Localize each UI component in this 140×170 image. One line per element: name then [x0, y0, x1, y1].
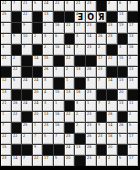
cell-number: 13	[119, 101, 123, 104]
cell-number: 16	[129, 45, 133, 48]
cell-number: 5	[119, 156, 121, 159]
cell-number: 21	[2, 101, 6, 104]
grid-cell[interactable]: 22	[22, 12, 32, 22]
grid-cell[interactable]: 7	[33, 134, 43, 144]
cell-number: 22	[55, 1, 59, 4]
black-cell	[118, 145, 128, 155]
grid-cell[interactable]: 5	[43, 134, 53, 144]
cell-number: 2	[98, 45, 100, 48]
grid-cell[interactable]: 2	[43, 45, 53, 55]
grid-cell[interactable]: 23	[86, 45, 96, 55]
black-cell	[43, 145, 53, 155]
cell-number: 23	[44, 123, 48, 126]
cell-number: 24	[34, 78, 38, 81]
cell-number: 1	[87, 101, 89, 104]
grid-cell[interactable]: 22	[12, 112, 22, 122]
cell-number: 19	[119, 23, 123, 26]
black-cell	[107, 67, 117, 77]
grid-cell[interactable]: 7	[1, 123, 11, 133]
grid-cell[interactable]: 2	[128, 112, 138, 122]
cell-number: 22	[23, 12, 27, 15]
cell-number: 3	[44, 78, 46, 81]
cell-number: 2	[23, 134, 25, 137]
black-cell	[97, 1, 107, 11]
black-cell	[75, 134, 85, 144]
black-cell	[33, 23, 43, 33]
cell-number: 26	[87, 134, 91, 137]
given-letter: Ǝ	[75, 12, 85, 22]
grid-cell[interactable]: 8Я	[97, 12, 107, 22]
grid-cell[interactable]: 23	[97, 134, 107, 144]
grid-cell[interactable]: 3	[86, 78, 96, 88]
grid-cell[interactable]: 1	[86, 101, 96, 111]
cell-number: 16	[55, 45, 59, 48]
grid-cell[interactable]: 26	[118, 123, 128, 133]
grid-cell[interactable]: 13	[75, 145, 85, 155]
grid-cell[interactable]: 17	[97, 56, 107, 66]
grid-cell[interactable]: 15	[54, 90, 64, 100]
grid-cell[interactable]: 16	[54, 123, 64, 133]
grid-cell[interactable]: 15	[118, 56, 128, 66]
cell-number: 7	[76, 45, 78, 48]
cell-number: 2	[13, 56, 15, 59]
grid-cell[interactable]: 22	[33, 156, 43, 166]
cell-number: 9	[34, 145, 36, 148]
grid-cell[interactable]: 24	[43, 1, 53, 11]
grid-cell[interactable]: 2	[97, 45, 107, 55]
cell-number: 17	[129, 23, 133, 26]
cell-number: 23	[66, 134, 70, 137]
cell-number: 22	[34, 156, 38, 159]
cell-number: 23	[87, 45, 91, 48]
cell-number: 15	[44, 56, 48, 59]
grid-cell[interactable]: 5	[118, 134, 128, 144]
black-cell	[22, 112, 32, 122]
given-letter: Я	[97, 12, 107, 22]
cell-number: 3	[87, 78, 89, 81]
grid-cell[interactable]: 13	[1, 90, 11, 100]
cell-number: 26	[87, 145, 91, 148]
grid-cell[interactable]: 7	[128, 1, 138, 11]
grid-cell[interactable]: 13	[43, 12, 53, 22]
grid-cell[interactable]: 23	[1, 156, 11, 166]
grid-cell[interactable]: 23	[43, 123, 53, 133]
grid-cell[interactable]: 7	[54, 134, 64, 144]
cell-number: 3	[2, 45, 4, 48]
black-cell	[54, 12, 64, 22]
black-cell	[65, 12, 75, 22]
grid-cell[interactable]: 1	[1, 34, 11, 44]
cell-number: 14	[34, 56, 38, 59]
grid-cell[interactable]: 16	[107, 134, 117, 144]
grid-cell[interactable]: 23	[86, 23, 96, 33]
grid-cell[interactable]: 5	[54, 156, 64, 166]
cell-number: 23	[87, 156, 91, 159]
cell-number: 3	[44, 34, 46, 37]
black-cell	[128, 90, 138, 100]
cell-number: 5	[13, 78, 15, 81]
grid-cell[interactable]: 17	[128, 156, 138, 166]
grid-cell[interactable]: 23	[86, 123, 96, 133]
grid-cell[interactable]: 1	[54, 67, 64, 77]
cell-number: 2	[66, 67, 68, 70]
cell-number: 16	[55, 123, 59, 126]
grid-cell[interactable]: 20	[33, 112, 43, 122]
grid-cell[interactable]: 2	[107, 1, 117, 11]
grid-cell[interactable]: 13	[118, 78, 128, 88]
cell-number: 1	[55, 67, 57, 70]
grid-cell[interactable]: 2	[22, 134, 32, 144]
grid-cell[interactable]: 6	[54, 34, 64, 44]
cell-number: 13	[76, 67, 80, 70]
cell-number: 25	[2, 12, 6, 15]
cell-number: 9	[13, 34, 15, 37]
grid-cell[interactable]: 3	[75, 101, 85, 111]
cell-number: 23	[87, 90, 91, 93]
cell-number: 24	[23, 101, 27, 104]
cell-number: 13	[66, 90, 70, 93]
grid-cell[interactable]: 1	[65, 78, 75, 88]
black-cell	[128, 12, 138, 22]
grid-cell[interactable]: 5	[12, 78, 22, 88]
grid-cell[interactable]: 1	[1, 112, 11, 122]
cell-number: 7	[13, 1, 15, 4]
grid-cell[interactable]: 17	[128, 134, 138, 144]
cell-number: 3	[76, 101, 78, 104]
grid-cell[interactable]: 14	[33, 56, 43, 66]
cell-number: 20	[34, 112, 38, 115]
grid-cell[interactable]: 25	[1, 12, 11, 22]
black-cell	[12, 45, 22, 55]
cell-number: 13	[44, 12, 48, 15]
grid-cell[interactable]: 13	[118, 101, 128, 111]
cell-number: 24	[44, 1, 48, 4]
grid-cell[interactable]: 23	[86, 1, 96, 11]
grid-cell[interactable]: 21	[65, 23, 75, 33]
cell-number: 2	[44, 23, 46, 26]
grid-cell[interactable]: 2	[65, 67, 75, 77]
grid-cell[interactable]: 15	[43, 56, 53, 66]
black-cell	[1, 67, 11, 77]
cell-number: 5	[34, 1, 36, 4]
grid-cell[interactable]: 19	[118, 23, 128, 33]
cell-number: 22	[2, 1, 6, 4]
grid-cell[interactable]: 7	[12, 1, 22, 11]
cell-number: 23	[87, 1, 91, 4]
cell-number: 14	[66, 45, 70, 48]
cell-number: 2	[108, 156, 110, 159]
cell-number: 9	[98, 123, 100, 126]
cell-number: 15	[2, 145, 6, 148]
grid-cell[interactable]: 23	[86, 112, 96, 122]
grid-cell[interactable]: 13	[128, 78, 138, 88]
grid-cell[interactable]: 5	[33, 1, 43, 11]
cell-number: 17	[129, 134, 133, 137]
cell-number: 23	[108, 34, 112, 37]
grid-cell[interactable]: 13	[118, 12, 128, 22]
grid-cell[interactable]: 22	[12, 67, 22, 77]
cell-number: 22	[66, 56, 70, 59]
cell-number: 7	[98, 156, 100, 159]
grid-cell[interactable]: 23	[97, 67, 107, 77]
cell-number: 14	[87, 34, 91, 37]
grid-cell[interactable]: 14	[12, 156, 22, 166]
grid-cell[interactable]: 12	[1, 78, 11, 88]
grid-cell[interactable]: 7	[75, 45, 85, 55]
grid-cell[interactable]: 3	[65, 1, 75, 11]
grid-cell[interactable]: 16O	[86, 12, 96, 22]
grid-cell[interactable]: 23	[107, 23, 117, 33]
cell-number: 21	[66, 23, 70, 26]
black-cell	[75, 156, 85, 166]
grid-cell[interactable]: 2	[43, 23, 53, 33]
cell-number: 23	[2, 156, 6, 159]
cell-number: 20	[119, 90, 123, 93]
grid-cell[interactable]: 22	[54, 1, 64, 11]
grid-cell[interactable]: 7	[22, 156, 32, 166]
cell-number: 13	[129, 78, 133, 81]
grid-cell[interactable]: 22	[107, 56, 117, 66]
grid-cell[interactable]: 22	[65, 56, 75, 66]
cell-number: 13	[2, 90, 6, 93]
grid-cell[interactable]: 22	[12, 134, 22, 144]
grid-cell[interactable]: 26	[86, 145, 96, 155]
grid-cell[interactable]: 13	[43, 112, 53, 122]
grid-cell[interactable]: 5	[128, 123, 138, 133]
grid-cell[interactable]: 13	[65, 90, 75, 100]
cell-number: 5	[119, 134, 121, 137]
grid-cell[interactable]: 3	[43, 101, 53, 111]
grid-cell[interactable]: 21	[75, 1, 85, 11]
black-cell	[107, 90, 117, 100]
grid-cell[interactable]: 26	[86, 134, 96, 144]
grid-cell[interactable]: 3	[75, 34, 85, 44]
grid-cell[interactable]: 15	[1, 145, 11, 155]
black-cell	[65, 101, 75, 111]
cell-number: 7	[23, 45, 25, 48]
cell-number: 2	[108, 101, 110, 104]
grid-cell[interactable]: 14	[65, 45, 75, 55]
grid-cell[interactable]: 6	[118, 1, 128, 11]
black-cell	[12, 123, 22, 133]
cell-number: 7	[98, 78, 100, 81]
cell-number: 23	[87, 112, 91, 115]
black-cell	[54, 78, 64, 88]
grid-cell[interactable]: 26	[43, 67, 53, 77]
grid-cell[interactable]: 7	[97, 78, 107, 88]
cell-number: 22	[13, 112, 17, 115]
cell-number: 13	[76, 145, 80, 148]
black-cell	[97, 145, 107, 155]
grid-cell[interactable]: 3	[1, 45, 11, 55]
black-cell	[107, 12, 117, 22]
grid-cell[interactable]: 2	[75, 112, 85, 122]
grid-cell[interactable]: 9	[97, 123, 107, 133]
cell-number: 6	[119, 1, 121, 4]
cell-number: 2	[76, 123, 78, 126]
grid-cell[interactable]: 2	[12, 56, 22, 66]
grid-cell[interactable]: 14	[86, 34, 96, 44]
grid-cell[interactable]: 21	[22, 1, 32, 11]
black-cell	[97, 90, 107, 100]
grid-cell[interactable]: 14	[107, 78, 117, 88]
cell-number: 12	[2, 78, 6, 81]
grid-cell[interactable]: 24	[22, 78, 32, 88]
grid-cell[interactable]: 4	[43, 90, 53, 100]
grid-cell[interactable]: 21	[1, 101, 11, 111]
grid-cell[interactable]: 23	[86, 156, 96, 166]
grid-cell[interactable]: 10	[22, 34, 32, 44]
cell-number: 25	[23, 123, 27, 126]
grid-cell[interactable]: 4Ǝ	[75, 12, 85, 22]
black-cell	[107, 45, 117, 55]
cell-number: 2	[108, 1, 110, 4]
grid-cell[interactable]: 2	[107, 101, 117, 111]
grid-cell[interactable]: 24	[33, 78, 43, 88]
cell-number: 26	[119, 123, 123, 126]
codeword-grid: 2272152422321232672522134Ǝ16O8Я133921621…	[0, 0, 140, 170]
cell-number: 3	[44, 101, 46, 104]
grid-cell[interactable]: 22	[65, 112, 75, 122]
grid-cell[interactable]: 13	[128, 34, 138, 44]
grid-cell[interactable]: 2	[128, 56, 138, 66]
cell-number: 4	[44, 90, 46, 93]
grid-cell[interactable]: 3	[43, 78, 53, 88]
grid-cell[interactable]: 2	[75, 123, 85, 133]
grid-cell[interactable]: 14	[107, 123, 117, 133]
cell-number: 24	[23, 78, 27, 81]
grid-cell[interactable]: 9	[33, 145, 43, 155]
grid-cell[interactable]: 23	[86, 90, 96, 100]
grid-cell[interactable]: 1	[54, 101, 64, 111]
grid-cell[interactable]: 22	[1, 1, 11, 11]
black-cell	[65, 123, 75, 133]
grid-cell[interactable]: 13	[75, 67, 85, 77]
grid-cell[interactable]: 9	[12, 34, 22, 44]
grid-cell[interactable]: 22	[1, 134, 11, 144]
grid-cell[interactable]: 24	[65, 145, 75, 155]
black-cell	[65, 34, 75, 44]
cell-number: 6	[55, 34, 57, 37]
cell-number: 23	[87, 123, 91, 126]
black-cell	[97, 23, 107, 33]
cell-number: 1	[66, 78, 68, 81]
cell-number: 16	[55, 112, 59, 115]
grid-cell[interactable]: 7	[97, 101, 107, 111]
grid-cell[interactable]: 26	[107, 112, 117, 122]
cell-number: 7	[98, 101, 100, 104]
cell-number: 20	[108, 145, 112, 148]
cell-number: 2	[76, 112, 78, 115]
cell-number: 14	[108, 78, 112, 81]
grid-cell[interactable]: 16	[54, 45, 64, 55]
cell-number: 22	[13, 134, 17, 137]
grid-cell[interactable]: 25	[22, 123, 32, 133]
cell-number: 1	[55, 101, 57, 104]
cell-number: 23	[98, 134, 102, 137]
cell-number: 26	[44, 67, 48, 70]
black-cell	[33, 67, 43, 77]
black-cell	[75, 56, 85, 66]
cell-number: 23	[108, 23, 112, 26]
cell-number: 16	[76, 90, 80, 93]
grid-cell[interactable]: 3	[1, 23, 11, 33]
grid-cell[interactable]: 16	[54, 23, 64, 33]
cell-number: 16	[55, 23, 59, 26]
cell-number: 22	[13, 67, 17, 70]
cell-number: 23	[98, 67, 102, 70]
cell-number: 24	[34, 101, 38, 104]
cell-number: 1	[2, 34, 4, 37]
grid-cell[interactable]: 23	[65, 134, 75, 144]
cell-number: 3	[66, 1, 68, 4]
cell-number: 16	[108, 134, 112, 137]
black-cell	[33, 45, 43, 55]
grid-cell[interactable]: 2	[33, 34, 43, 44]
grid-cell[interactable]: 20	[118, 90, 128, 100]
cell-number: 1	[129, 145, 131, 148]
grid-cell[interactable]: 17	[128, 23, 138, 33]
grid-cell[interactable]: 3	[118, 45, 128, 55]
grid-cell[interactable]: 1	[33, 123, 43, 133]
cell-number: 2	[129, 56, 131, 59]
black-cell	[22, 90, 32, 100]
cell-number: 11	[129, 101, 133, 104]
cell-number: 3	[2, 23, 4, 26]
cell-number: 13	[44, 112, 48, 115]
grid-cell[interactable]: 26	[12, 101, 22, 111]
grid-cell[interactable]: 20	[33, 90, 43, 100]
black-cell	[12, 145, 22, 155]
grid-cell[interactable]: 7	[97, 156, 107, 166]
grid-cell[interactable]: 16	[128, 45, 138, 55]
grid-cell[interactable]: 16	[75, 90, 85, 100]
grid-cell[interactable]: 9	[22, 23, 32, 33]
cell-number: 13	[119, 78, 123, 81]
black-cell	[118, 67, 128, 77]
cell-number: 20	[34, 90, 38, 93]
cell-number: 2	[44, 45, 46, 48]
grid-cell[interactable]: 20	[107, 145, 117, 155]
grid-cell[interactable]: 11	[128, 101, 138, 111]
cell-number: 13	[119, 12, 123, 15]
cell-number: 17	[98, 56, 102, 59]
black-cell	[97, 112, 107, 122]
grid-cell[interactable]: 26	[86, 67, 96, 77]
grid-cell[interactable]: 3	[43, 34, 53, 44]
cell-number: 1	[34, 123, 36, 126]
cell-number: 7	[129, 1, 131, 4]
grid-cell[interactable]: 5	[118, 156, 128, 166]
grid-cell[interactable]: 21	[1, 56, 11, 66]
grid-cell[interactable]: 16	[54, 112, 64, 122]
grid-cell[interactable]: 13	[128, 67, 138, 77]
cell-number: 5	[55, 156, 57, 159]
grid-cell[interactable]: 2	[107, 156, 117, 166]
grid-cell[interactable]: 7	[22, 45, 32, 55]
grid-cell[interactable]: 1	[128, 145, 138, 155]
black-cell	[54, 145, 64, 155]
grid-cell[interactable]: 26	[97, 34, 107, 44]
grid-cell[interactable]: 17	[43, 156, 53, 166]
grid-cell[interactable]: 24	[33, 101, 43, 111]
grid-cell[interactable]: 24	[22, 101, 32, 111]
cell-number: 9	[23, 23, 25, 26]
cell-number: 22	[108, 56, 112, 59]
grid-cell[interactable]: 23	[107, 34, 117, 44]
grid-cell[interactable]: 20	[65, 156, 75, 166]
grid-cell[interactable]: 17	[75, 23, 85, 33]
